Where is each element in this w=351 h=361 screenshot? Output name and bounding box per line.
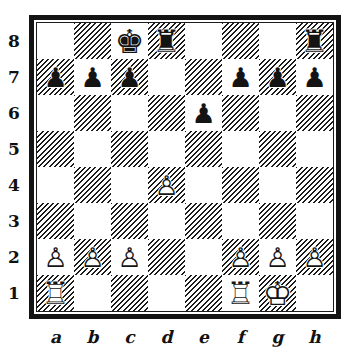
square-a6: [37, 95, 74, 131]
square-g2: ♟♙: [259, 239, 296, 275]
square-g1: ♚♔: [259, 275, 296, 311]
square-b8: [74, 23, 111, 59]
square-b4: [74, 167, 111, 203]
black-pawn: ♟: [228, 64, 252, 91]
white-pawn: ♟♙: [43, 244, 67, 271]
square-f3: [222, 203, 259, 239]
chess-diagram: 8 7 6 5 4 3 2 1 ♚♜♜♟♟♟♟♟♟♟♟♙♟♙♟♙♟♙♟♙♟♙♟♙…: [0, 0, 351, 361]
file-label-f: f: [222, 325, 259, 349]
square-c4: [111, 167, 148, 203]
black-king: ♚: [115, 25, 145, 58]
white-pawn: ♟♙: [228, 244, 252, 271]
square-f8: [222, 23, 259, 59]
square-h5: [296, 131, 333, 167]
rank-label-7: 7: [2, 59, 26, 95]
file-label-g: g: [259, 325, 296, 349]
square-e1: [185, 275, 222, 311]
square-a8: [37, 23, 74, 59]
square-a3: [37, 203, 74, 239]
white-rook: ♜♖: [42, 278, 70, 309]
rank-label-6: 6: [2, 95, 26, 131]
square-d4: ♟♙: [148, 167, 185, 203]
file-label-h: h: [296, 325, 333, 349]
square-c7: ♟: [111, 59, 148, 95]
square-c8: ♚: [111, 23, 148, 59]
square-e5: [185, 131, 222, 167]
rank-label-3: 3: [2, 203, 26, 239]
file-label-a: a: [37, 325, 74, 349]
rank-label-1: 1: [2, 275, 26, 311]
file-labels: a b c d e f g h: [37, 325, 333, 349]
white-pawn: ♟♙: [265, 244, 289, 271]
square-a5: [37, 131, 74, 167]
square-f4: [222, 167, 259, 203]
square-c1: [111, 275, 148, 311]
square-d1: [148, 275, 185, 311]
square-d6: [148, 95, 185, 131]
white-pawn: ♟♙: [154, 172, 178, 199]
square-b6: [74, 95, 111, 131]
square-c2: ♟♙: [111, 239, 148, 275]
square-f6: [222, 95, 259, 131]
black-pawn: ♟: [80, 64, 104, 91]
square-h3: [296, 203, 333, 239]
file-label-e: e: [185, 325, 222, 349]
square-e3: [185, 203, 222, 239]
black-pawn: ♟: [43, 64, 67, 91]
square-a4: [37, 167, 74, 203]
square-g6: [259, 95, 296, 131]
black-pawn: ♟: [191, 100, 215, 127]
file-label-b: b: [74, 325, 111, 349]
square-b7: ♟: [74, 59, 111, 95]
black-pawn: ♟: [117, 64, 141, 91]
square-d3: [148, 203, 185, 239]
white-pawn: ♟♙: [80, 244, 104, 271]
file-label-d: d: [148, 325, 185, 349]
square-d8: ♜: [148, 23, 185, 59]
square-f2: ♟♙: [222, 239, 259, 275]
square-f1: ♜♖: [222, 275, 259, 311]
black-rook: ♜: [301, 26, 329, 57]
square-b1: [74, 275, 111, 311]
square-h7: ♟: [296, 59, 333, 95]
square-e8: [185, 23, 222, 59]
square-d5: [148, 131, 185, 167]
square-e2: [185, 239, 222, 275]
white-pawn: ♟♙: [302, 244, 326, 271]
rank-label-8: 8: [2, 23, 26, 59]
square-e4: [185, 167, 222, 203]
square-a1: ♜♖: [37, 275, 74, 311]
board-inner-border: ♚♜♜♟♟♟♟♟♟♟♟♙♟♙♟♙♟♙♟♙♟♙♟♙♜♖♜♖♚♔: [36, 22, 334, 312]
black-pawn: ♟: [265, 64, 289, 91]
rank-label-4: 4: [2, 167, 26, 203]
black-pawn: ♟: [302, 64, 326, 91]
square-e6: ♟: [185, 95, 222, 131]
square-d2: [148, 239, 185, 275]
square-e7: [185, 59, 222, 95]
rank-labels: 8 7 6 5 4 3 2 1: [2, 23, 26, 311]
square-g3: [259, 203, 296, 239]
white-rook: ♜♖: [227, 278, 255, 309]
square-d7: [148, 59, 185, 95]
black-rook: ♜: [153, 26, 181, 57]
square-h1: [296, 275, 333, 311]
square-h6: [296, 95, 333, 131]
square-a2: ♟♙: [37, 239, 74, 275]
rank-label-5: 5: [2, 131, 26, 167]
board-grid: ♚♜♜♟♟♟♟♟♟♟♟♙♟♙♟♙♟♙♟♙♟♙♟♙♜♖♜♖♚♔: [37, 23, 333, 311]
square-g5: [259, 131, 296, 167]
square-g4: [259, 167, 296, 203]
square-f5: [222, 131, 259, 167]
square-g8: [259, 23, 296, 59]
square-f7: ♟: [222, 59, 259, 95]
square-g7: ♟: [259, 59, 296, 95]
square-a7: ♟: [37, 59, 74, 95]
square-c5: [111, 131, 148, 167]
square-c3: [111, 203, 148, 239]
square-c6: [111, 95, 148, 131]
rank-label-2: 2: [2, 239, 26, 275]
square-h8: ♜: [296, 23, 333, 59]
white-king: ♚♔: [263, 277, 293, 310]
square-b3: [74, 203, 111, 239]
white-pawn: ♟♙: [117, 244, 141, 271]
square-b2: ♟♙: [74, 239, 111, 275]
file-label-c: c: [111, 325, 148, 349]
square-h4: [296, 167, 333, 203]
board-frame: ♚♜♜♟♟♟♟♟♟♟♟♙♟♙♟♙♟♙♟♙♟♙♟♙♜♖♜♖♚♔: [29, 15, 341, 319]
square-b5: [74, 131, 111, 167]
square-h2: ♟♙: [296, 239, 333, 275]
